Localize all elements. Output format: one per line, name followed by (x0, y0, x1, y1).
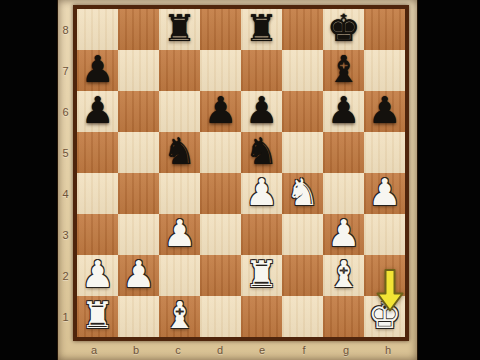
file-label-e: e (241, 341, 283, 359)
piece-black-bishop[interactable]: ♝ (327, 51, 360, 88)
square-a6[interactable]: ♟ (77, 91, 118, 132)
rank-label-4: 4 (58, 173, 73, 214)
square-e4[interactable]: ♟ (241, 173, 282, 214)
file-label-a: a (73, 341, 115, 359)
square-e8[interactable]: ♜ (241, 9, 282, 50)
square-g6[interactable]: ♟ (323, 91, 364, 132)
square-a2[interactable]: ♟ (77, 255, 118, 296)
file-label-b: b (115, 341, 157, 359)
square-e2[interactable]: ♜ (241, 255, 282, 296)
piece-black-pawn[interactable]: ♟ (204, 92, 237, 129)
square-g3[interactable]: ♟ (323, 214, 364, 255)
square-d6[interactable]: ♟ (200, 91, 241, 132)
chess-board-panel: 87654321 abcdefgh ♜♜♚♟♝♟♟♟♟♟♞♞♟♞♟♟♟♟♟♜♝♜… (57, 0, 418, 360)
square-c8[interactable]: ♜ (159, 9, 200, 50)
piece-white-pawn[interactable]: ♟ (327, 215, 360, 252)
board-frame: ♜♜♚♟♝♟♟♟♟♟♞♞♟♞♟♟♟♟♟♜♝♜♝♚ (73, 5, 409, 341)
square-f8[interactable] (282, 9, 323, 50)
square-a3[interactable] (77, 214, 118, 255)
rank-label-1: 1 (58, 296, 73, 337)
square-g8[interactable]: ♚ (323, 9, 364, 50)
square-d5[interactable] (200, 132, 241, 173)
rank-label-7: 7 (58, 50, 73, 91)
piece-black-rook[interactable]: ♜ (245, 10, 278, 47)
square-h3[interactable] (364, 214, 405, 255)
square-c5[interactable]: ♞ (159, 132, 200, 173)
rank-labels: 87654321 (58, 9, 73, 337)
square-d2[interactable] (200, 255, 241, 296)
chess-board[interactable]: ♜♜♚♟♝♟♟♟♟♟♞♞♟♞♟♟♟♟♟♜♝♜♝♚ (77, 9, 405, 337)
square-h4[interactable]: ♟ (364, 173, 405, 214)
square-f5[interactable] (282, 132, 323, 173)
rank-label-5: 5 (58, 132, 73, 173)
square-f3[interactable] (282, 214, 323, 255)
piece-white-bishop[interactable]: ♝ (327, 256, 360, 293)
square-h7[interactable] (364, 50, 405, 91)
square-h6[interactable]: ♟ (364, 91, 405, 132)
square-b7[interactable] (118, 50, 159, 91)
piece-white-pawn[interactable]: ♟ (81, 256, 114, 293)
square-a1[interactable]: ♜ (77, 296, 118, 337)
file-label-f: f (283, 341, 325, 359)
square-e1[interactable] (241, 296, 282, 337)
piece-black-pawn[interactable]: ♟ (245, 92, 278, 129)
piece-white-bishop[interactable]: ♝ (163, 297, 196, 334)
piece-black-king[interactable]: ♚ (327, 10, 360, 47)
letterboxed-stage: 87654321 abcdefgh ♜♜♚♟♝♟♟♟♟♟♞♞♟♞♟♟♟♟♟♜♝♜… (0, 0, 480, 360)
piece-black-knight[interactable]: ♞ (163, 133, 196, 170)
square-c2[interactable] (159, 255, 200, 296)
square-f7[interactable] (282, 50, 323, 91)
square-h5[interactable] (364, 132, 405, 173)
square-g7[interactable]: ♝ (323, 50, 364, 91)
square-d3[interactable] (200, 214, 241, 255)
square-c3[interactable]: ♟ (159, 214, 200, 255)
square-f4[interactable]: ♞ (282, 173, 323, 214)
piece-white-knight[interactable]: ♞ (286, 174, 319, 211)
square-c1[interactable]: ♝ (159, 296, 200, 337)
square-b1[interactable] (118, 296, 159, 337)
file-label-d: d (199, 341, 241, 359)
square-d1[interactable] (200, 296, 241, 337)
file-label-h: h (367, 341, 409, 359)
piece-white-pawn[interactable]: ♟ (163, 215, 196, 252)
square-a7[interactable]: ♟ (77, 50, 118, 91)
square-b6[interactable] (118, 91, 159, 132)
file-labels: abcdefgh (73, 341, 409, 359)
piece-black-pawn[interactable]: ♟ (368, 92, 401, 129)
piece-white-rook[interactable]: ♜ (245, 256, 278, 293)
square-f6[interactable] (282, 91, 323, 132)
square-b2[interactable]: ♟ (118, 255, 159, 296)
square-h8[interactable] (364, 9, 405, 50)
square-g2[interactable]: ♝ (323, 255, 364, 296)
square-a4[interactable] (77, 173, 118, 214)
square-f2[interactable] (282, 255, 323, 296)
square-b8[interactable] (118, 9, 159, 50)
rank-label-6: 6 (58, 91, 73, 132)
piece-white-pawn[interactable]: ♟ (122, 256, 155, 293)
square-b5[interactable] (118, 132, 159, 173)
piece-white-pawn[interactable]: ♟ (245, 174, 278, 211)
square-g1[interactable] (323, 296, 364, 337)
square-b4[interactable] (118, 173, 159, 214)
piece-black-pawn[interactable]: ♟ (81, 92, 114, 129)
square-b3[interactable] (118, 214, 159, 255)
file-label-c: c (157, 341, 199, 359)
square-d7[interactable] (200, 50, 241, 91)
square-c4[interactable] (159, 173, 200, 214)
square-g4[interactable] (323, 173, 364, 214)
rank-label-3: 3 (58, 214, 73, 255)
square-d8[interactable] (200, 9, 241, 50)
square-g5[interactable] (323, 132, 364, 173)
piece-white-pawn[interactable]: ♟ (368, 174, 401, 211)
piece-black-pawn[interactable]: ♟ (81, 51, 114, 88)
square-a5[interactable] (77, 132, 118, 173)
piece-black-pawn[interactable]: ♟ (327, 92, 360, 129)
rank-label-8: 8 (58, 9, 73, 50)
rank-label-2: 2 (58, 255, 73, 296)
square-e3[interactable] (241, 214, 282, 255)
square-e6[interactable]: ♟ (241, 91, 282, 132)
piece-white-rook[interactable]: ♜ (81, 297, 114, 334)
piece-black-knight[interactable]: ♞ (245, 133, 278, 170)
move-arrow-icon (376, 268, 404, 313)
square-c7[interactable] (159, 50, 200, 91)
square-a8[interactable] (77, 9, 118, 50)
square-d4[interactable] (200, 173, 241, 214)
file-label-g: g (325, 341, 367, 359)
square-c6[interactable] (159, 91, 200, 132)
square-e5[interactable]: ♞ (241, 132, 282, 173)
square-e7[interactable] (241, 50, 282, 91)
piece-black-rook[interactable]: ♜ (163, 10, 196, 47)
square-f1[interactable] (282, 296, 323, 337)
